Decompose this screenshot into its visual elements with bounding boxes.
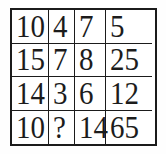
cell-value: 6 (79, 77, 94, 109)
cell-value: 8 (79, 44, 94, 76)
cell-value: 15 (16, 44, 45, 76)
cell-r1c4: 5 (106, 10, 152, 44)
cell-r4c3: 14 (75, 111, 106, 145)
cell-r2c1: 15 (12, 44, 49, 78)
puzzle-grid: 10 4 7 5 15 7 8 25 14 3 6 12 10 ? 14 65 (10, 8, 157, 146)
cell-value: 14 (79, 111, 108, 143)
cell-value: 5 (110, 10, 125, 42)
cell-r3c2: 3 (49, 77, 75, 111)
cell-value: 14 (16, 77, 45, 109)
cell-value: 4 (53, 10, 68, 42)
cell-r1c3: 7 (75, 10, 106, 44)
cell-r2c4: 25 (106, 44, 152, 78)
cell-value: 65 (110, 111, 139, 143)
cell-value: 7 (79, 10, 94, 42)
cell-r2c2: 7 (49, 44, 75, 78)
cell-r2c3: 8 (75, 44, 106, 78)
cell-r3c1: 14 (12, 77, 49, 111)
cell-r3c4: 12 (106, 77, 152, 111)
cell-r4c1: 10 (12, 111, 49, 145)
cell-value: 10 (16, 111, 45, 143)
cell-r4c2-missing: ? (49, 111, 75, 145)
cell-value: 25 (110, 44, 139, 76)
cell-value: 7 (53, 44, 68, 76)
cell-r1c2: 4 (49, 10, 75, 44)
cell-value: 12 (110, 77, 139, 109)
cell-value: 3 (53, 77, 68, 109)
cell-value: 10 (16, 10, 45, 42)
cell-r1c1: 10 (12, 10, 49, 44)
missing-value-marker: ? (53, 111, 66, 143)
cell-r3c3: 6 (75, 77, 106, 111)
cell-r4c4: 65 (106, 111, 152, 145)
